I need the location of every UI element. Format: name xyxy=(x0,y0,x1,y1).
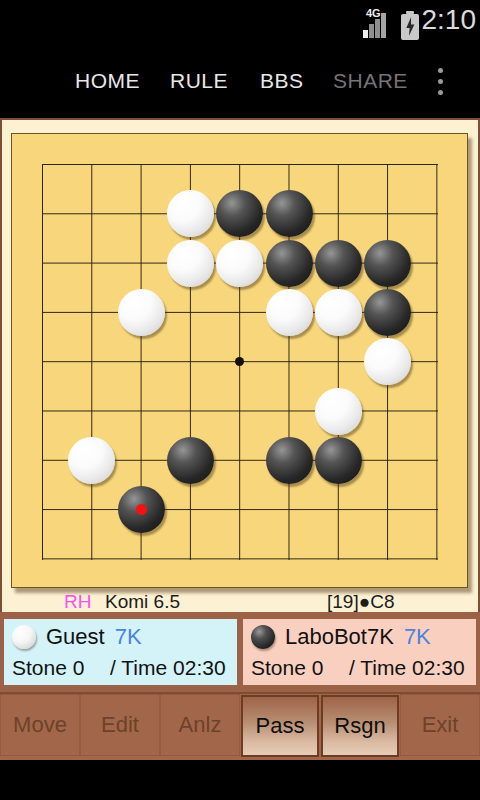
white-stone xyxy=(167,190,214,237)
last-move-label: [19]●C8 xyxy=(327,592,394,612)
android-nav-area xyxy=(0,760,480,800)
black-stone-icon xyxy=(251,625,275,649)
nav-item-home[interactable]: HOME xyxy=(75,67,140,95)
nav-item-bbs[interactable]: BBS xyxy=(260,67,304,95)
player-name: LaboBot7K xyxy=(285,624,394,650)
black-stone xyxy=(266,240,313,287)
status-and-nav-bar: 4G 2:10 HOME RULE BBS SHARE xyxy=(0,0,480,118)
black-stone xyxy=(315,437,362,484)
signal-bar xyxy=(369,24,374,38)
edit-button: Edit xyxy=(80,694,160,756)
time-value: 02:30 xyxy=(412,656,465,680)
screen: 4G 2:10 HOME RULE BBS SHARE RH Komi 6.5 … xyxy=(0,0,480,800)
clock: 2:10 xyxy=(422,4,477,36)
black-stone xyxy=(364,240,411,287)
signal-bar xyxy=(375,19,380,38)
player-name: Guest xyxy=(46,624,105,650)
black-stone xyxy=(266,190,313,237)
exit-button: Exit xyxy=(400,694,480,756)
white-stone xyxy=(315,289,362,336)
nav-item-rule[interactable]: RULE xyxy=(170,67,228,95)
player-rank: 7K xyxy=(115,624,142,650)
black-stone xyxy=(364,289,411,336)
time-label: / Time xyxy=(110,656,167,680)
white-stone xyxy=(167,240,214,287)
white-stone xyxy=(68,437,115,484)
vertical-ellipsis-icon xyxy=(438,68,443,73)
last-move-marker xyxy=(136,504,147,515)
stone-count: 0 xyxy=(312,656,324,679)
white-stone-icon xyxy=(12,625,36,649)
nav-item-share: SHARE xyxy=(333,67,408,95)
black-stone xyxy=(167,437,214,484)
signal-bars-icon xyxy=(363,13,395,38)
toolbar: Move Edit Anlz Pass Rsgn Exit xyxy=(0,692,480,760)
move-button: Move xyxy=(0,694,80,756)
analyze-button: Anlz xyxy=(160,694,240,756)
white-stone xyxy=(315,388,362,435)
player-panel-black: LaboBot7K 7K Stone 0 / Time 02:30 xyxy=(243,619,476,685)
overflow-menu-button[interactable] xyxy=(436,68,444,95)
resign-button[interactable]: Rsgn xyxy=(321,695,399,757)
black-stone xyxy=(216,190,263,237)
white-stone xyxy=(266,289,313,336)
white-stone xyxy=(216,240,263,287)
board-panel: RH Komi 6.5 [19]●C8 xyxy=(0,118,480,612)
komi-label: Komi 6.5 xyxy=(105,592,180,612)
star-point xyxy=(235,357,244,366)
pass-button[interactable]: Pass xyxy=(241,695,319,757)
black-stone xyxy=(266,437,313,484)
stone-count: 0 xyxy=(73,656,85,679)
time-label: / Time xyxy=(349,656,406,680)
player-rank: 7K xyxy=(404,624,431,650)
players-section: Guest 7K Stone 0 / Time 02:30 LaboBot7K … xyxy=(0,612,480,692)
white-stone xyxy=(364,338,411,385)
white-stone xyxy=(118,289,165,336)
game-mode-label: RH xyxy=(64,592,91,612)
stone-label: Stone xyxy=(12,656,67,679)
time-value: 02:30 xyxy=(173,656,226,680)
board-grid[interactable] xyxy=(42,164,438,560)
black-stone xyxy=(118,486,165,533)
go-board xyxy=(11,133,468,588)
black-stone xyxy=(315,240,362,287)
signal-bar xyxy=(381,13,386,38)
battery-charging-icon xyxy=(401,11,419,40)
player-panel-white: Guest 7K Stone 0 / Time 02:30 xyxy=(4,619,237,685)
signal-bar xyxy=(363,30,368,38)
stone-label: Stone xyxy=(251,656,306,679)
